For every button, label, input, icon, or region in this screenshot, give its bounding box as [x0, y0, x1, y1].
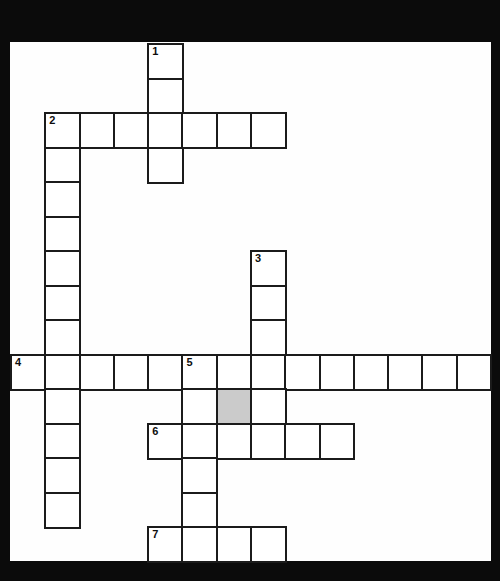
cell[interactable]: [216, 354, 253, 391]
clue-number: 7: [152, 528, 158, 541]
cell[interactable]: [284, 354, 321, 391]
cell[interactable]: 7: [147, 526, 184, 563]
cell[interactable]: [44, 423, 81, 460]
cell[interactable]: [250, 285, 287, 322]
cell[interactable]: [44, 181, 81, 218]
clue-number: 2: [49, 114, 55, 127]
crossword-board: 1234567: [10, 42, 491, 561]
cell[interactable]: [250, 388, 287, 425]
cell[interactable]: [319, 423, 356, 460]
cell[interactable]: [284, 423, 321, 460]
cell[interactable]: [147, 354, 184, 391]
cell[interactable]: [181, 457, 218, 494]
cell[interactable]: [181, 388, 218, 425]
cell[interactable]: [250, 319, 287, 356]
cell[interactable]: [216, 112, 253, 149]
cell[interactable]: [44, 354, 81, 391]
cell[interactable]: [181, 423, 218, 460]
cell[interactable]: [387, 354, 424, 391]
cell[interactable]: [44, 492, 81, 529]
clue-number: 6: [152, 425, 158, 438]
clue-number: 5: [186, 356, 192, 369]
cell[interactable]: [319, 354, 356, 391]
cell[interactable]: [44, 388, 81, 425]
cell[interactable]: [147, 78, 184, 115]
cell[interactable]: [250, 354, 287, 391]
cell[interactable]: [44, 319, 81, 356]
cell[interactable]: [181, 112, 218, 149]
cell[interactable]: [250, 526, 287, 563]
cell[interactable]: [44, 250, 81, 287]
cell[interactable]: 5: [181, 354, 218, 391]
cell[interactable]: [250, 423, 287, 460]
cell[interactable]: 4: [10, 354, 47, 391]
cell[interactable]: [113, 354, 150, 391]
shaded-cell[interactable]: [216, 388, 253, 425]
cell[interactable]: [181, 492, 218, 529]
cell[interactable]: [79, 354, 116, 391]
cell[interactable]: [250, 112, 287, 149]
cell[interactable]: [456, 354, 493, 391]
cell[interactable]: [44, 457, 81, 494]
cell[interactable]: [216, 423, 253, 460]
cell[interactable]: [216, 526, 253, 563]
cell[interactable]: [44, 216, 81, 253]
cell[interactable]: [44, 285, 81, 322]
cell[interactable]: [44, 147, 81, 184]
cell[interactable]: [421, 354, 458, 391]
cell[interactable]: 2: [44, 112, 81, 149]
cell[interactable]: [353, 354, 390, 391]
cell[interactable]: [147, 112, 184, 149]
screen: 1234567: [0, 0, 500, 581]
cell[interactable]: 6: [147, 423, 184, 460]
cell[interactable]: 1: [147, 43, 184, 80]
cell[interactable]: [113, 112, 150, 149]
cell[interactable]: [181, 526, 218, 563]
cell[interactable]: [79, 112, 116, 149]
cell[interactable]: [147, 147, 184, 184]
cell[interactable]: 3: [250, 250, 287, 287]
clue-number: 1: [152, 45, 158, 58]
clue-number: 3: [255, 252, 261, 265]
clue-number: 4: [15, 356, 21, 369]
